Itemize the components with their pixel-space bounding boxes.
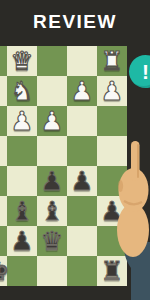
square-a1[interactable]: ♜ xyxy=(97,46,127,76)
square-e1[interactable] xyxy=(0,46,7,76)
square-c8[interactable] xyxy=(37,256,67,286)
square-d3[interactable]: ♟ xyxy=(7,106,37,136)
square-b3[interactable] xyxy=(67,106,97,136)
square-e6[interactable] xyxy=(0,196,7,226)
square-d4[interactable] xyxy=(7,136,37,166)
square-d2[interactable]: ♞ xyxy=(7,76,37,106)
square-e8[interactable]: ♚ xyxy=(0,256,7,286)
piece-white-queen[interactable]: ♛ xyxy=(10,46,33,76)
square-e2[interactable] xyxy=(0,76,7,106)
square-b4[interactable] xyxy=(67,136,97,166)
piece-black-bishop[interactable]: ♝ xyxy=(10,196,33,226)
square-c7[interactable]: ♛ xyxy=(37,226,67,256)
square-c5[interactable]: ♟ xyxy=(37,166,67,196)
square-c2[interactable] xyxy=(37,76,67,106)
square-c1[interactable] xyxy=(37,46,67,76)
piece-black-queen[interactable]: ♛ xyxy=(40,226,63,256)
page-title: REVIEW xyxy=(0,10,150,34)
square-a3[interactable] xyxy=(97,106,127,136)
knuckle-shading xyxy=(118,180,123,192)
square-d6[interactable]: ♝ xyxy=(7,196,37,226)
square-c6[interactable]: ♝ xyxy=(37,196,67,226)
square-b8[interactable] xyxy=(67,256,97,286)
piece-white-pawn[interactable]: ♟ xyxy=(100,76,123,106)
move-quality-badge: ! xyxy=(129,55,150,88)
square-b6[interactable] xyxy=(67,196,97,226)
square-a2[interactable]: ♟ xyxy=(97,76,127,106)
pointing-hand-illustration xyxy=(100,138,150,300)
square-d8[interactable] xyxy=(7,256,37,286)
square-d5[interactable] xyxy=(7,166,37,196)
square-b1[interactable] xyxy=(67,46,97,76)
piece-white-pawn[interactable]: ♟ xyxy=(40,106,63,136)
piece-white-knight[interactable]: ♞ xyxy=(10,76,33,106)
square-b7[interactable] xyxy=(67,226,97,256)
piece-black-pawn[interactable]: ♟ xyxy=(70,166,93,196)
square-e5[interactable] xyxy=(0,166,7,196)
square-e7[interactable] xyxy=(0,226,7,256)
square-d1[interactable]: ♛ xyxy=(7,46,37,76)
piece-black-pawn[interactable]: ♟ xyxy=(10,226,33,256)
piece-white-rook[interactable]: ♜ xyxy=(100,46,123,76)
piece-black-pawn[interactable]: ♟ xyxy=(40,166,63,196)
square-b5[interactable]: ♟ xyxy=(67,166,97,196)
square-e4[interactable] xyxy=(0,136,7,166)
square-e3[interactable] xyxy=(0,106,7,136)
piece-black-king[interactable]: ♚ xyxy=(0,256,10,286)
piece-black-bishop[interactable]: ♝ xyxy=(40,196,63,226)
square-c3[interactable]: ♟ xyxy=(37,106,67,136)
piece-white-pawn[interactable]: ♟ xyxy=(70,76,93,106)
piece-white-pawn[interactable]: ♟ xyxy=(10,106,33,136)
square-c4[interactable] xyxy=(37,136,67,166)
review-screen: REVIEW ♛♜♞♟♟♟♟♟♟♝♝♟♟♛♚♜ ! xyxy=(0,0,150,300)
square-b2[interactable]: ♟ xyxy=(67,76,97,106)
finger-shading xyxy=(137,144,139,178)
square-d7[interactable]: ♟ xyxy=(7,226,37,256)
